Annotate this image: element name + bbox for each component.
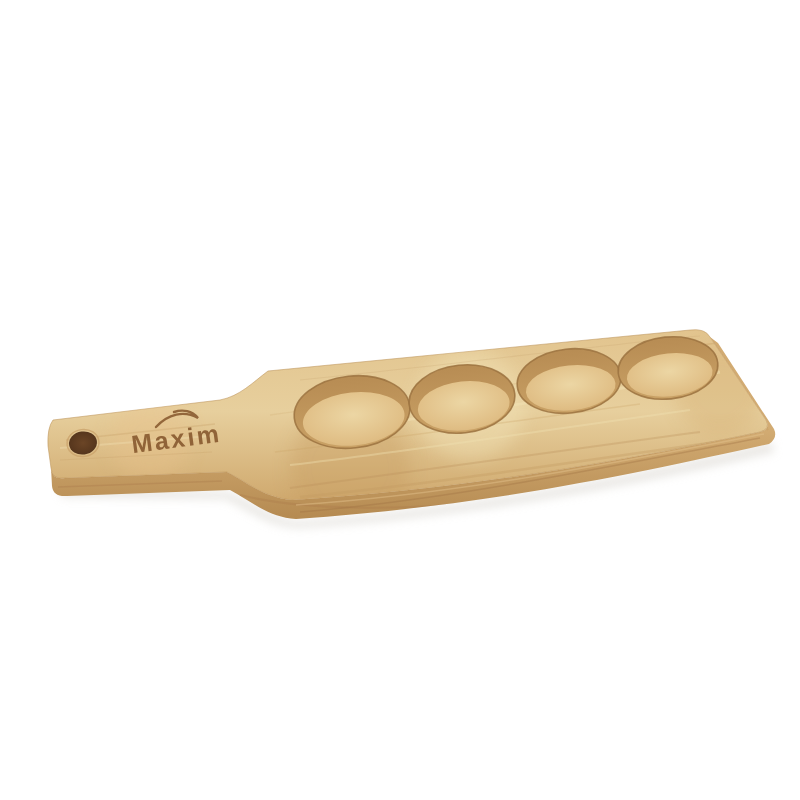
paddle-illustration: Maxim [0,0,800,800]
product-photo: Maxim [0,0,800,800]
